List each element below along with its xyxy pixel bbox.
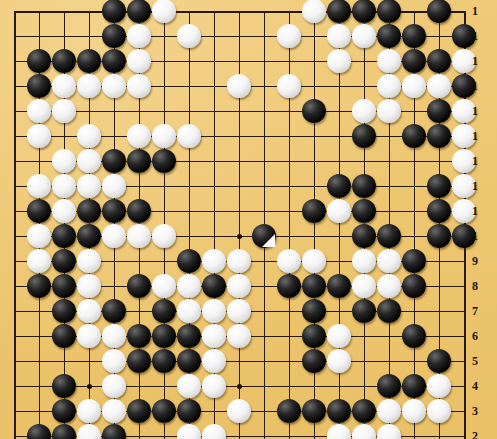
white-stone[interactable] (177, 124, 201, 148)
white-stone[interactable] (227, 324, 251, 348)
white-stone[interactable] (27, 124, 51, 148)
black-stone[interactable] (27, 74, 51, 98)
black-stone[interactable] (127, 349, 151, 373)
white-stone[interactable] (327, 49, 351, 73)
white-stone[interactable] (377, 99, 401, 123)
black-stone[interactable] (377, 374, 401, 398)
black-stone[interactable] (27, 49, 51, 73)
black-stone[interactable] (352, 224, 376, 248)
black-stone[interactable] (202, 274, 226, 298)
white-stone[interactable] (352, 424, 376, 439)
white-stone[interactable] (202, 324, 226, 348)
row-number-label: 2 (472, 430, 478, 439)
white-stone[interactable] (77, 149, 101, 173)
black-stone[interactable] (152, 349, 176, 373)
white-stone[interactable] (377, 74, 401, 98)
white-stone[interactable] (277, 74, 301, 98)
white-stone[interactable] (202, 424, 226, 439)
white-stone[interactable] (377, 424, 401, 439)
white-stone[interactable] (352, 249, 376, 273)
row-number-label: 8 (472, 280, 478, 292)
row-number-label: 1 (472, 80, 478, 92)
black-stone[interactable] (352, 124, 376, 148)
white-stone[interactable] (77, 124, 101, 148)
white-stone[interactable] (352, 99, 376, 123)
black-stone[interactable] (302, 274, 326, 298)
white-stone[interactable] (102, 399, 126, 423)
white-stone[interactable] (377, 249, 401, 273)
white-stone[interactable] (177, 299, 201, 323)
black-stone[interactable] (402, 49, 426, 73)
black-stone[interactable] (152, 299, 176, 323)
black-stone[interactable] (377, 0, 401, 23)
black-stone[interactable] (102, 299, 126, 323)
star-point (237, 384, 242, 389)
black-stone[interactable] (302, 324, 326, 348)
black-stone[interactable] (77, 224, 101, 248)
black-stone[interactable] (52, 49, 76, 73)
black-stone[interactable] (102, 49, 126, 73)
black-stone[interactable] (52, 399, 76, 423)
black-stone[interactable] (352, 174, 376, 198)
white-stone[interactable] (102, 324, 126, 348)
black-stone[interactable] (302, 299, 326, 323)
black-stone[interactable] (427, 224, 451, 248)
black-stone[interactable] (52, 274, 76, 298)
row-number-label: 1 (472, 230, 478, 242)
white-stone[interactable] (127, 24, 151, 48)
white-stone[interactable] (352, 274, 376, 298)
black-stone[interactable] (152, 149, 176, 173)
black-stone[interactable] (402, 24, 426, 48)
black-stone[interactable] (52, 324, 76, 348)
row-number-label: 1 (472, 105, 478, 117)
black-stone[interactable] (427, 49, 451, 73)
black-stone[interactable] (427, 0, 451, 23)
white-stone[interactable] (27, 224, 51, 248)
white-stone[interactable] (277, 249, 301, 273)
black-stone[interactable] (427, 174, 451, 198)
white-stone[interactable] (202, 299, 226, 323)
black-stone[interactable] (127, 274, 151, 298)
black-stone[interactable] (177, 349, 201, 373)
black-stone[interactable] (127, 0, 151, 23)
white-stone[interactable] (302, 0, 326, 23)
black-stone[interactable] (177, 249, 201, 273)
black-stone[interactable] (102, 24, 126, 48)
white-stone[interactable] (177, 274, 201, 298)
black-stone[interactable] (102, 424, 126, 439)
black-stone[interactable] (402, 124, 426, 148)
white-stone[interactable] (227, 249, 251, 273)
white-stone[interactable] (77, 399, 101, 423)
white-stone[interactable] (102, 74, 126, 98)
row-number-label: 1 (472, 5, 478, 17)
row-number-label: 9 (472, 255, 478, 267)
black-stone[interactable] (277, 274, 301, 298)
white-stone[interactable] (227, 74, 251, 98)
white-stone[interactable] (52, 99, 76, 123)
white-stone[interactable] (52, 74, 76, 98)
star-point (87, 384, 92, 389)
white-stone[interactable] (152, 0, 176, 23)
white-stone[interactable] (377, 274, 401, 298)
white-stone[interactable] (102, 224, 126, 248)
white-stone[interactable] (177, 424, 201, 439)
black-stone[interactable] (52, 224, 76, 248)
black-stone[interactable] (52, 299, 76, 323)
black-stone[interactable] (277, 399, 301, 423)
black-stone[interactable] (302, 399, 326, 423)
white-stone[interactable] (102, 349, 126, 373)
white-stone[interactable] (27, 249, 51, 273)
white-stone[interactable] (427, 399, 451, 423)
black-stone[interactable] (377, 24, 401, 48)
white-stone[interactable] (77, 274, 101, 298)
black-stone[interactable] (52, 249, 76, 273)
black-stone[interactable] (27, 424, 51, 439)
star-point (237, 234, 242, 239)
black-stone[interactable] (302, 199, 326, 223)
white-stone[interactable] (327, 324, 351, 348)
black-stone[interactable] (377, 299, 401, 323)
white-stone[interactable] (227, 399, 251, 423)
black-stone[interactable] (427, 199, 451, 223)
white-stone[interactable] (127, 49, 151, 73)
white-stone[interactable] (27, 99, 51, 123)
white-stone[interactable] (302, 249, 326, 273)
white-stone[interactable] (402, 399, 426, 423)
white-stone[interactable] (127, 124, 151, 148)
black-stone[interactable] (27, 199, 51, 223)
white-stone[interactable] (327, 199, 351, 223)
white-stone[interactable] (352, 24, 376, 48)
white-stone[interactable] (152, 224, 176, 248)
white-stone[interactable] (427, 74, 451, 98)
white-stone[interactable] (177, 24, 201, 48)
white-stone[interactable] (202, 374, 226, 398)
white-stone[interactable] (327, 349, 351, 373)
grid-line-vertical (14, 11, 16, 439)
black-stone[interactable] (302, 99, 326, 123)
row-number-label: 1 (472, 55, 478, 67)
white-stone[interactable] (202, 249, 226, 273)
black-stone[interactable] (127, 149, 151, 173)
black-stone[interactable] (402, 324, 426, 348)
black-stone[interactable] (377, 224, 401, 248)
white-stone[interactable] (77, 424, 101, 439)
row-number-label: 4 (472, 380, 478, 392)
black-stone[interactable] (52, 424, 76, 439)
black-stone[interactable] (327, 274, 351, 298)
black-stone[interactable] (177, 324, 201, 348)
black-stone[interactable] (327, 399, 351, 423)
white-stone[interactable] (152, 274, 176, 298)
white-stone[interactable] (27, 174, 51, 198)
white-stone[interactable] (427, 374, 451, 398)
row-number-label: 1 (472, 180, 478, 192)
last-move-marker (262, 234, 275, 247)
black-stone[interactable] (77, 49, 101, 73)
row-number-label: 5 (472, 355, 478, 367)
white-stone[interactable] (77, 249, 101, 273)
black-stone[interactable] (302, 349, 326, 373)
black-stone[interactable] (102, 149, 126, 173)
white-stone[interactable] (152, 124, 176, 148)
black-stone[interactable] (352, 0, 376, 23)
white-stone[interactable] (77, 299, 101, 323)
white-stone[interactable] (77, 324, 101, 348)
white-stone[interactable] (52, 149, 76, 173)
row-number-label: 3 (472, 405, 478, 417)
grid-line-vertical (314, 11, 315, 439)
white-stone[interactable] (52, 199, 76, 223)
white-stone[interactable] (327, 24, 351, 48)
grid-line-vertical (339, 11, 340, 439)
black-stone[interactable] (402, 274, 426, 298)
white-stone[interactable] (327, 424, 351, 439)
black-stone[interactable] (127, 324, 151, 348)
black-stone[interactable] (152, 324, 176, 348)
black-stone[interactable] (27, 274, 51, 298)
black-stone[interactable] (152, 399, 176, 423)
black-stone[interactable] (102, 0, 126, 23)
white-stone[interactable] (227, 299, 251, 323)
row-number-label: 1 (472, 205, 478, 217)
white-stone[interactable] (52, 174, 76, 198)
black-stone[interactable] (352, 399, 376, 423)
white-stone[interactable] (177, 374, 201, 398)
white-stone[interactable] (277, 24, 301, 48)
white-stone[interactable] (127, 74, 151, 98)
row-number-label: 6 (472, 330, 478, 342)
black-stone[interactable] (177, 399, 201, 423)
black-stone[interactable] (52, 374, 76, 398)
black-stone[interactable] (77, 199, 101, 223)
row-number-label: 1 (472, 130, 478, 142)
row-number-label: 1 (472, 30, 478, 42)
white-stone[interactable] (227, 274, 251, 298)
marked-black-stone[interactable] (252, 224, 276, 248)
white-stone[interactable] (77, 174, 101, 198)
white-stone[interactable] (402, 74, 426, 98)
white-stone[interactable] (102, 174, 126, 198)
black-stone[interactable] (427, 349, 451, 373)
black-stone[interactable] (127, 199, 151, 223)
black-stone[interactable] (327, 174, 351, 198)
row-number-label: 7 (472, 305, 478, 317)
go-board[interactable]: 111111111198765432 (0, 0, 497, 439)
black-stone[interactable] (327, 0, 351, 23)
white-stone[interactable] (102, 374, 126, 398)
black-stone[interactable] (427, 99, 451, 123)
black-stone[interactable] (352, 199, 376, 223)
black-stone[interactable] (402, 374, 426, 398)
white-stone[interactable] (377, 49, 401, 73)
row-number-label: 1 (472, 155, 478, 167)
white-stone[interactable] (377, 399, 401, 423)
black-stone[interactable] (402, 249, 426, 273)
white-stone[interactable] (202, 349, 226, 373)
white-stone[interactable] (77, 74, 101, 98)
black-stone[interactable] (127, 399, 151, 423)
white-stone[interactable] (127, 224, 151, 248)
black-stone[interactable] (352, 299, 376, 323)
black-stone[interactable] (102, 199, 126, 223)
black-stone[interactable] (427, 124, 451, 148)
